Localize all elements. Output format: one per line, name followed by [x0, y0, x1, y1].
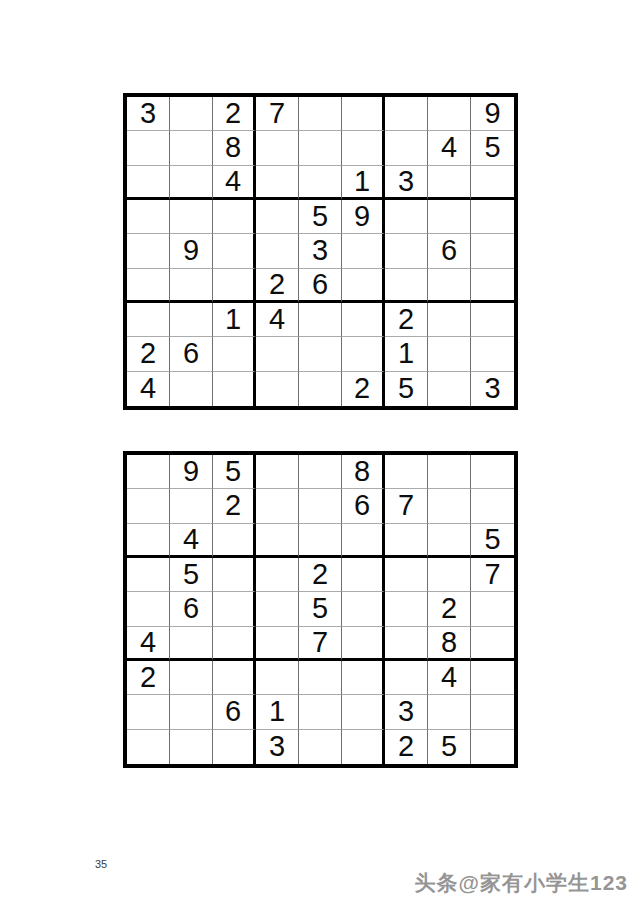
cell-r5c1 [127, 234, 170, 268]
cell-r4c7 [385, 200, 428, 234]
cell-r9c7: 5 [385, 372, 428, 406]
cell-r2c5 [299, 131, 342, 165]
cell-r5c7 [385, 592, 428, 626]
cell-r2c6: 6 [342, 489, 385, 523]
cell-r8c1: 2 [127, 337, 170, 371]
cell-r7c4: 4 [256, 303, 299, 337]
cell-r2c1 [127, 489, 170, 523]
cell-r7c2 [170, 661, 213, 695]
cell-r4c1 [127, 558, 170, 592]
cell-r3c9 [471, 166, 514, 200]
cell-r9c3 [213, 730, 256, 764]
cell-r8c8 [428, 337, 471, 371]
cell-r3c5 [299, 166, 342, 200]
cell-r1c6 [342, 97, 385, 131]
cell-r6c2 [170, 269, 213, 303]
cell-r7c4 [256, 661, 299, 695]
cell-r8c4 [256, 337, 299, 371]
cell-r4c9 [471, 200, 514, 234]
cell-r2c9: 5 [471, 131, 514, 165]
sudoku-grid-top: 327984541359936261422614253 [123, 93, 518, 410]
cell-r9c4 [256, 372, 299, 406]
cell-r2c4 [256, 131, 299, 165]
cell-r3c3 [213, 524, 256, 558]
cell-r6c9 [471, 627, 514, 661]
cell-r7c8 [428, 303, 471, 337]
cell-r2c7 [385, 131, 428, 165]
cell-r1c2 [170, 97, 213, 131]
cell-r8c7: 3 [385, 695, 428, 729]
cell-r5c6 [342, 234, 385, 268]
cell-r9c4: 3 [256, 730, 299, 764]
cell-r5c8: 6 [428, 234, 471, 268]
cell-r9c2 [170, 372, 213, 406]
cell-r9c9 [471, 730, 514, 764]
cell-r5c1 [127, 592, 170, 626]
cell-r2c3: 2 [213, 489, 256, 523]
cell-r6c7 [385, 627, 428, 661]
cell-r4c2 [170, 200, 213, 234]
cell-r8c6 [342, 695, 385, 729]
cell-r3c9: 5 [471, 524, 514, 558]
cell-r6c8: 8 [428, 627, 471, 661]
cell-r9c3 [213, 372, 256, 406]
cell-r4c2: 5 [170, 558, 213, 592]
cell-r6c4 [256, 627, 299, 661]
cell-r9c8: 5 [428, 730, 471, 764]
cell-r7c1: 2 [127, 661, 170, 695]
cell-r1c3: 5 [213, 455, 256, 489]
cell-r2c3: 8 [213, 131, 256, 165]
cell-r1c9: 9 [471, 97, 514, 131]
cell-r9c5 [299, 372, 342, 406]
cell-r4c3 [213, 558, 256, 592]
cell-r1c4: 7 [256, 97, 299, 131]
cell-r7c5 [299, 661, 342, 695]
cell-r5c7 [385, 234, 428, 268]
cell-r6c9 [471, 269, 514, 303]
cell-r5c4 [256, 592, 299, 626]
cell-r3c1 [127, 524, 170, 558]
cell-r5c9 [471, 592, 514, 626]
cell-r8c5 [299, 695, 342, 729]
cell-r7c7 [385, 661, 428, 695]
cell-r1c7 [385, 455, 428, 489]
cell-r6c8 [428, 269, 471, 303]
cell-r1c1: 3 [127, 97, 170, 131]
cell-r8c5 [299, 337, 342, 371]
cell-r6c6 [342, 269, 385, 303]
cell-r3c7: 3 [385, 166, 428, 200]
cell-r1c9 [471, 455, 514, 489]
cell-r1c7 [385, 97, 428, 131]
cell-r4c5: 2 [299, 558, 342, 592]
cell-r9c9: 3 [471, 372, 514, 406]
cell-r3c5 [299, 524, 342, 558]
cell-r3c8 [428, 524, 471, 558]
cell-r9c1: 4 [127, 372, 170, 406]
cell-r1c5 [299, 97, 342, 131]
cell-r3c4 [256, 166, 299, 200]
cell-r6c1: 4 [127, 627, 170, 661]
cell-r8c3 [213, 337, 256, 371]
cell-r4c3 [213, 200, 256, 234]
cell-r5c9 [471, 234, 514, 268]
cell-r6c5: 7 [299, 627, 342, 661]
cell-r4c8 [428, 558, 471, 592]
cell-r2c5 [299, 489, 342, 523]
cell-r2c2 [170, 489, 213, 523]
cell-r7c9 [471, 661, 514, 695]
cell-r7c9 [471, 303, 514, 337]
cell-r6c4: 2 [256, 269, 299, 303]
cell-r7c6 [342, 303, 385, 337]
cell-r9c2 [170, 730, 213, 764]
cell-r3c6: 1 [342, 166, 385, 200]
cell-r9c6: 2 [342, 372, 385, 406]
cell-r4c6 [342, 558, 385, 592]
cell-r9c1 [127, 730, 170, 764]
cell-r4c7 [385, 558, 428, 592]
cell-r2c8: 4 [428, 131, 471, 165]
watermark: 头条@家有小学生123 [414, 869, 628, 897]
cell-r2c1 [127, 131, 170, 165]
cell-r5c2: 6 [170, 592, 213, 626]
cell-r1c4 [256, 455, 299, 489]
cell-r8c9 [471, 695, 514, 729]
cell-r3c4 [256, 524, 299, 558]
cell-r4c4 [256, 200, 299, 234]
cell-r8c3: 6 [213, 695, 256, 729]
cell-r4c1 [127, 200, 170, 234]
cell-r9c7: 2 [385, 730, 428, 764]
cell-r5c3 [213, 234, 256, 268]
cell-r2c4 [256, 489, 299, 523]
cell-r3c6 [342, 524, 385, 558]
cell-r7c7: 2 [385, 303, 428, 337]
cell-r6c6 [342, 627, 385, 661]
cell-r5c5: 5 [299, 592, 342, 626]
cell-r3c8 [428, 166, 471, 200]
cell-r1c2: 9 [170, 455, 213, 489]
cell-r5c5: 3 [299, 234, 342, 268]
cell-r7c6 [342, 661, 385, 695]
cell-r5c3 [213, 592, 256, 626]
cell-r7c2 [170, 303, 213, 337]
cell-r1c8 [428, 97, 471, 131]
cell-r5c4 [256, 234, 299, 268]
cell-r1c3: 2 [213, 97, 256, 131]
cell-r8c2: 6 [170, 337, 213, 371]
cell-r4c8 [428, 200, 471, 234]
cell-r7c1 [127, 303, 170, 337]
cell-r1c6: 8 [342, 455, 385, 489]
cell-r6c1 [127, 269, 170, 303]
cell-r9c8 [428, 372, 471, 406]
cell-r6c5: 6 [299, 269, 342, 303]
cell-r2c8 [428, 489, 471, 523]
cell-r4c6: 9 [342, 200, 385, 234]
cell-r5c2: 9 [170, 234, 213, 268]
cell-r4c9: 7 [471, 558, 514, 592]
cell-r1c8 [428, 455, 471, 489]
cell-r8c2 [170, 695, 213, 729]
cell-r8c9 [471, 337, 514, 371]
cell-r1c5 [299, 455, 342, 489]
cell-r8c6 [342, 337, 385, 371]
cell-r2c2 [170, 131, 213, 165]
cell-r3c2: 4 [170, 524, 213, 558]
cell-r9c6 [342, 730, 385, 764]
cell-r9c5 [299, 730, 342, 764]
cell-r8c7: 1 [385, 337, 428, 371]
cell-r4c4 [256, 558, 299, 592]
cell-r4c5: 5 [299, 200, 342, 234]
cell-r3c2 [170, 166, 213, 200]
cell-r7c5 [299, 303, 342, 337]
cell-r2c9 [471, 489, 514, 523]
sudoku-grid-bottom: 9582674552765247824613325 [123, 451, 518, 768]
cell-r6c3 [213, 269, 256, 303]
cell-r5c6 [342, 592, 385, 626]
cell-r2c7: 7 [385, 489, 428, 523]
cell-r3c1 [127, 166, 170, 200]
cell-r7c3: 1 [213, 303, 256, 337]
cell-r3c7 [385, 524, 428, 558]
cell-r5c8: 2 [428, 592, 471, 626]
cell-r6c2 [170, 627, 213, 661]
cell-r8c4: 1 [256, 695, 299, 729]
worksheet-page: 327984541359936261422614253 958267455276… [0, 0, 640, 906]
cell-r2c6 [342, 131, 385, 165]
page-number: 35 [95, 858, 107, 870]
cell-r1c1 [127, 455, 170, 489]
cell-r7c3 [213, 661, 256, 695]
cell-r3c3: 4 [213, 166, 256, 200]
cell-r6c3 [213, 627, 256, 661]
cell-r8c8 [428, 695, 471, 729]
cell-r6c7 [385, 269, 428, 303]
cell-r8c1 [127, 695, 170, 729]
cell-r7c8: 4 [428, 661, 471, 695]
